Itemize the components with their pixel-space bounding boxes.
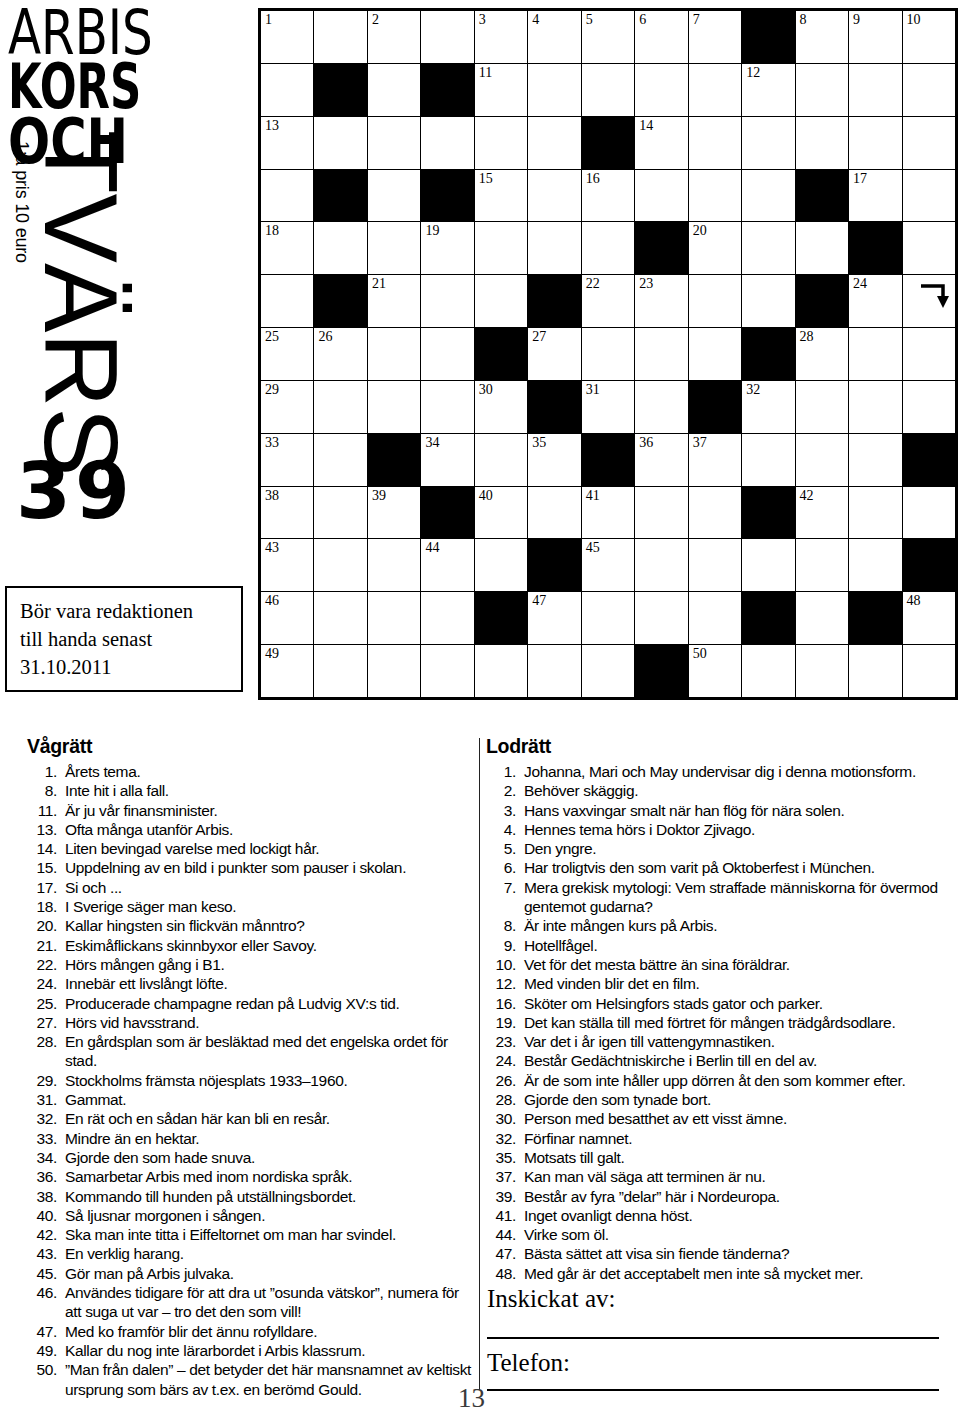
grid-cell[interactable] xyxy=(314,381,366,433)
clue-item: 40.Så ljusnar morgonen i sången. xyxy=(27,1206,474,1225)
grid-cell[interactable]: 8 xyxy=(796,11,848,63)
grid-cell[interactable]: 12 xyxy=(742,64,794,116)
grid-cell[interactable] xyxy=(314,117,366,169)
grid-cell[interactable] xyxy=(475,117,527,169)
grid-cell[interactable] xyxy=(689,275,741,327)
grid-cell[interactable] xyxy=(528,487,580,539)
grid-cell[interactable]: 25 xyxy=(261,328,313,380)
clue-text: Stockholms främsta nöjesplats 1933–1960. xyxy=(65,1071,474,1090)
cell-number: 30 xyxy=(479,382,493,398)
grid-cell[interactable] xyxy=(635,381,687,433)
grid-cell[interactable] xyxy=(849,434,901,486)
grid-cell[interactable] xyxy=(582,328,634,380)
grid-cell[interactable]: 22 xyxy=(582,275,634,327)
grid-cell[interactable] xyxy=(421,117,473,169)
clue-number: 43. xyxy=(27,1244,57,1263)
grid-cell[interactable] xyxy=(635,328,687,380)
cell-number: 13 xyxy=(265,118,279,134)
grid-cell[interactable] xyxy=(849,64,901,116)
grid-cell[interactable]: 35 xyxy=(528,434,580,486)
grid-cell[interactable]: 23 xyxy=(635,275,687,327)
clue-item: 49.Kallar du nog inte lärarbordet i Arbi… xyxy=(27,1341,474,1360)
black-cell xyxy=(742,11,794,63)
clue-item: 13.Ofta många utanför Arbis. xyxy=(27,820,474,839)
grid-cell[interactable]: 26 xyxy=(314,328,366,380)
cell-number: 17 xyxy=(853,171,867,187)
clue-number: 8. xyxy=(486,916,516,935)
crossword-grid: 1234567891011121314151617181920212223242… xyxy=(258,8,958,700)
black-cell xyxy=(528,381,580,433)
grid-cell[interactable]: 16 xyxy=(582,170,634,222)
clue-text: Hörs vid havsstrand. xyxy=(65,1013,474,1032)
grid-cell[interactable] xyxy=(475,645,527,697)
black-cell xyxy=(742,592,794,644)
grid-cell[interactable] xyxy=(475,275,527,327)
grid-cell[interactable] xyxy=(582,222,634,274)
grid-cell[interactable] xyxy=(689,592,741,644)
black-cell xyxy=(635,645,687,697)
clue-text: Ska man inte titta i Eiffeltornet om man… xyxy=(65,1225,474,1244)
clue-item: 45.Gör man på Arbis julvaka. xyxy=(27,1264,474,1283)
clue-text: Kallar hingsten sin flickvän månntro? xyxy=(65,916,474,935)
clue-text: En gårdsplan som är besläktad med det en… xyxy=(65,1032,474,1071)
grid-cell[interactable] xyxy=(689,170,741,222)
grid-cell[interactable] xyxy=(475,222,527,274)
cell-number: 26 xyxy=(318,329,332,345)
cell-number: 22 xyxy=(586,276,600,292)
clue-number: 47. xyxy=(486,1244,516,1263)
cell-number: 40 xyxy=(479,488,493,504)
clue-number: 28. xyxy=(486,1090,516,1109)
grid-cell[interactable]: 43 xyxy=(261,539,313,591)
clue-item: 38.Kommando till hunden på utställningsb… xyxy=(27,1187,474,1206)
grid-cell[interactable] xyxy=(421,11,473,63)
clue-text: Årets tema. xyxy=(65,762,474,781)
clue-item: 21.Eskimåflickans skinnbyxor eller Savoy… xyxy=(27,936,474,955)
grid-cell[interactable]: 28 xyxy=(796,328,848,380)
cell-number: 42 xyxy=(800,488,814,504)
continuation-arrow-cell[interactable] xyxy=(903,275,955,327)
clue-number: 14. xyxy=(27,839,57,858)
clue-item: 17.Si och ... xyxy=(27,878,474,897)
grid-cell[interactable] xyxy=(314,645,366,697)
grid-cell[interactable] xyxy=(421,275,473,327)
grid-cell[interactable] xyxy=(796,64,848,116)
clue-item: 39.Består av fyra ”delar” här i Nordeuro… xyxy=(486,1187,954,1206)
deadline-line-2: till handa senast xyxy=(20,625,241,653)
clue-item: 34.Gjorde den som hade snuva. xyxy=(27,1148,474,1167)
grid-cell[interactable] xyxy=(903,117,955,169)
cell-number: 33 xyxy=(265,435,279,451)
grid-cell[interactable] xyxy=(742,434,794,486)
grid-cell[interactable]: 33 xyxy=(261,434,313,486)
grid-cell[interactable]: 45 xyxy=(582,539,634,591)
grid-cell[interactable] xyxy=(903,487,955,539)
grid-cell[interactable] xyxy=(368,170,420,222)
clue-text: ”Man från dalen” – det betyder det här m… xyxy=(65,1360,474,1399)
grid-cell[interactable]: 48 xyxy=(903,592,955,644)
grid-cell[interactable] xyxy=(314,487,366,539)
cell-number: 5 xyxy=(586,12,593,28)
grid-cell[interactable] xyxy=(314,222,366,274)
grid-cell[interactable] xyxy=(421,645,473,697)
cell-number: 4 xyxy=(532,12,539,28)
cell-number: 8 xyxy=(800,12,807,28)
black-cell xyxy=(796,170,848,222)
clue-item: 43.En verklig harang. xyxy=(27,1244,474,1263)
clue-number: 22. xyxy=(27,955,57,974)
prize-note-vertical: 1:a pris 10 euro xyxy=(11,141,33,253)
clue-text: Har troligtvis den som varit på Oktoberf… xyxy=(524,858,954,877)
clue-item: 47.Bästa sättet att visa sin fiende tänd… xyxy=(486,1244,954,1263)
grid-cell[interactable] xyxy=(314,539,366,591)
grid-cell[interactable]: 11 xyxy=(475,64,527,116)
grid-cell[interactable] xyxy=(742,170,794,222)
clue-item: 2.Behöver skäggig. xyxy=(486,781,954,800)
grid-cell[interactable]: 44 xyxy=(421,539,473,591)
grid-cell[interactable] xyxy=(903,64,955,116)
cell-number: 44 xyxy=(425,540,439,556)
clue-item: 18.I Sverige säger man keso. xyxy=(27,897,474,916)
grid-cell[interactable] xyxy=(903,645,955,697)
clue-text: Vet för det mesta bättre än sina föräldr… xyxy=(524,955,954,974)
clue-item: 31.Gammat. xyxy=(27,1090,474,1109)
grid-cell[interactable] xyxy=(475,539,527,591)
clue-item: 26.Är de som inte håller upp dörren åt d… xyxy=(486,1071,954,1090)
clue-number: 50. xyxy=(27,1360,57,1399)
clue-text: Behöver skäggig. xyxy=(524,781,954,800)
grid-cell[interactable] xyxy=(314,434,366,486)
clue-number: 36. xyxy=(27,1167,57,1186)
clue-item: 32.Förfinar namnet. xyxy=(486,1129,954,1148)
grid-cell[interactable]: 36 xyxy=(635,434,687,486)
grid-cell[interactable] xyxy=(689,328,741,380)
grid-cell[interactable] xyxy=(849,645,901,697)
cell-number: 19 xyxy=(425,223,439,239)
clue-number: 25. xyxy=(27,994,57,1013)
grid-cell[interactable] xyxy=(903,222,955,274)
grid-cell[interactable]: 14 xyxy=(635,117,687,169)
clue-text: Gammat. xyxy=(65,1090,474,1109)
black-cell xyxy=(796,275,848,327)
clue-text: Kallar du nog inte lärarbordet i Arbis k… xyxy=(65,1341,474,1360)
clue-number: 40. xyxy=(27,1206,57,1225)
clue-text: Bästa sättet att visa sin fiende tändern… xyxy=(524,1244,954,1263)
grid-cell[interactable]: 19 xyxy=(421,222,473,274)
clue-number: 15. xyxy=(27,858,57,877)
clue-text: Med går är det acceptabelt men inte så m… xyxy=(524,1264,954,1283)
grid-cell[interactable] xyxy=(796,592,848,644)
grid-cell[interactable] xyxy=(368,381,420,433)
grid-cell[interactable] xyxy=(528,222,580,274)
clue-item: 16.Sköter om Helsingfors stads gator och… xyxy=(486,994,954,1013)
clue-text: Innebär ett livslångt löfte. xyxy=(65,974,474,993)
black-cell xyxy=(635,222,687,274)
clue-number: 2. xyxy=(486,781,516,800)
grid-cell[interactable]: 39 xyxy=(368,487,420,539)
clue-text: Med vinden blir det en film. xyxy=(524,974,954,993)
cell-number: 43 xyxy=(265,540,279,556)
submitted-by-label: Inskickat av: xyxy=(487,1285,615,1313)
clue-item: 14.Liten bevingad varelse med lockigt hå… xyxy=(27,839,474,858)
clue-text: Består Gedächtniskirche i Berlin till en… xyxy=(524,1051,954,1070)
cell-number: 35 xyxy=(532,435,546,451)
grid-cell[interactable] xyxy=(528,170,580,222)
cell-number: 27 xyxy=(532,329,546,345)
grid-cell[interactable] xyxy=(849,117,901,169)
clue-item: 25.Producerade champagne redan på Ludvig… xyxy=(27,994,474,1013)
clue-number: 30. xyxy=(486,1109,516,1128)
down-header: Lodrätt xyxy=(486,735,954,758)
cell-number: 46 xyxy=(265,593,279,609)
clue-number: 27. xyxy=(27,1013,57,1032)
grid-cell[interactable] xyxy=(849,487,901,539)
grid-cell[interactable]: 27 xyxy=(528,328,580,380)
clue-number: 33. xyxy=(27,1129,57,1148)
grid-cell[interactable] xyxy=(742,222,794,274)
clue-text: Motsats till galt. xyxy=(524,1148,954,1167)
grid-cell[interactable] xyxy=(314,592,366,644)
grid-cell[interactable] xyxy=(475,434,527,486)
across-clue-list: 1.Årets tema.8.Inte hit i alla fall.11.Ä… xyxy=(27,762,474,1399)
clue-text: Mera grekisk mytologi: Vem straffade män… xyxy=(524,878,954,917)
clue-item: 30.Person med besatthet av ett visst ämn… xyxy=(486,1109,954,1128)
grid-cell[interactable]: 20 xyxy=(689,222,741,274)
grid-cell[interactable] xyxy=(421,592,473,644)
grid-cell[interactable]: 21 xyxy=(368,275,420,327)
grid-cell[interactable]: 34 xyxy=(421,434,473,486)
grid-cell[interactable]: 9 xyxy=(849,11,901,63)
grid-cell[interactable]: 10 xyxy=(903,11,955,63)
clue-item: 37.Kan man väl säga att terminen är nu. xyxy=(486,1167,954,1186)
grid-cell[interactable]: 50 xyxy=(689,645,741,697)
deadline-line-1: Bör vara redaktionen xyxy=(20,597,241,625)
grid-cell[interactable] xyxy=(368,117,420,169)
grid-cell[interactable] xyxy=(635,170,687,222)
clue-text: Eskimåflickans skinnbyxor eller Savoy. xyxy=(65,936,474,955)
cell-number: 28 xyxy=(800,329,814,345)
grid-cell[interactable]: 32 xyxy=(742,381,794,433)
clue-number: 39. xyxy=(486,1187,516,1206)
grid-cell[interactable]: 2 xyxy=(368,11,420,63)
black-cell xyxy=(528,539,580,591)
grid-cell[interactable] xyxy=(849,539,901,591)
grid-cell[interactable]: 15 xyxy=(475,170,527,222)
grid-cell[interactable] xyxy=(368,645,420,697)
grid-cell[interactable] xyxy=(421,381,473,433)
black-cell xyxy=(903,434,955,486)
clue-number: 6. xyxy=(486,858,516,877)
down-clue-list: 1.Johanna, Mari och May undervisar dig i… xyxy=(486,762,954,1283)
grid-cell[interactable]: 31 xyxy=(582,381,634,433)
grid-cell[interactable] xyxy=(742,275,794,327)
submitted-by-line[interactable] xyxy=(487,1337,939,1339)
clue-number: 46. xyxy=(27,1283,57,1322)
cell-number: 50 xyxy=(693,646,707,662)
grid-cell[interactable] xyxy=(903,381,955,433)
grid-cell[interactable] xyxy=(368,592,420,644)
grid-cell[interactable]: 17 xyxy=(849,170,901,222)
clue-number: 16. xyxy=(486,994,516,1013)
grid-cell[interactable] xyxy=(689,117,741,169)
black-cell xyxy=(475,328,527,380)
grid-cell[interactable]: 1 xyxy=(261,11,313,63)
grid-cell[interactable] xyxy=(796,381,848,433)
clue-number: 32. xyxy=(27,1109,57,1128)
grid-cell[interactable] xyxy=(635,539,687,591)
grid-cell[interactable] xyxy=(742,539,794,591)
clue-item: 8.Är inte mången kurs på Arbis. xyxy=(486,916,954,935)
grid-cell[interactable]: 42 xyxy=(796,487,848,539)
grid-cell[interactable] xyxy=(635,592,687,644)
cell-number: 32 xyxy=(746,382,760,398)
grid-cell[interactable] xyxy=(796,434,848,486)
grid-cell[interactable] xyxy=(742,117,794,169)
clue-text: Kommando till hunden på utställningsbord… xyxy=(65,1187,474,1206)
grid-cell[interactable] xyxy=(903,170,955,222)
grid-cell[interactable]: 38 xyxy=(261,487,313,539)
grid-cell[interactable] xyxy=(742,645,794,697)
clue-number: 42. xyxy=(27,1225,57,1244)
clue-item: 46.Användes tidigare för att dra ut ”osu… xyxy=(27,1283,474,1322)
clue-item: 24.Består Gedächtniskirche i Berlin till… xyxy=(486,1051,954,1070)
clue-text: Den yngre. xyxy=(524,839,954,858)
black-cell xyxy=(368,434,420,486)
grid-cell[interactable]: 30 xyxy=(475,381,527,433)
black-cell xyxy=(421,64,473,116)
clue-number: 49. xyxy=(27,1341,57,1360)
clue-text: I Sverige säger man keso. xyxy=(65,897,474,916)
cell-number: 36 xyxy=(639,435,653,451)
grid-cell[interactable] xyxy=(368,539,420,591)
page-number: 13 xyxy=(458,1383,485,1414)
clue-text: Är de som inte håller upp dörren åt den … xyxy=(524,1071,954,1090)
grid-cell[interactable] xyxy=(689,539,741,591)
clue-item: 47.Med ko framför blir det ännu rofyllda… xyxy=(27,1322,474,1341)
clue-item: 28.En gårdsplan som är besläktad med det… xyxy=(27,1032,474,1071)
grid-cell[interactable]: 4 xyxy=(528,11,580,63)
clue-item: 1.Johanna, Mari och May undervisar dig i… xyxy=(486,762,954,781)
grid-cell[interactable] xyxy=(261,64,313,116)
clue-text: Person med besatthet av ett visst ämne. xyxy=(524,1109,954,1128)
clue-text: Virke som öl. xyxy=(524,1225,954,1244)
phone-label: Telefon: xyxy=(487,1349,570,1377)
clue-text: Så ljusnar morgonen i sången. xyxy=(65,1206,474,1225)
clue-item: 33.Mindre än en hektar. xyxy=(27,1129,474,1148)
grid-cell[interactable]: 5 xyxy=(582,11,634,63)
clue-number: 20. xyxy=(27,916,57,935)
clue-number: 18. xyxy=(27,897,57,916)
grid-cell[interactable] xyxy=(849,381,901,433)
grid-cell[interactable] xyxy=(849,328,901,380)
cell-number: 29 xyxy=(265,382,279,398)
clue-number: 26. xyxy=(486,1071,516,1090)
cell-number: 16 xyxy=(586,171,600,187)
clue-number: 5. xyxy=(486,839,516,858)
clue-item: 4.Hennes tema hörs i Doktor Zjivago. xyxy=(486,820,954,839)
clue-number: 10. xyxy=(486,955,516,974)
cell-number: 18 xyxy=(265,223,279,239)
grid-cell[interactable]: 40 xyxy=(475,487,527,539)
grid-cell[interactable]: 24 xyxy=(849,275,901,327)
grid-cell[interactable] xyxy=(368,328,420,380)
grid-cell[interactable]: 13 xyxy=(261,117,313,169)
clue-text: Förfinar namnet. xyxy=(524,1129,954,1148)
clue-item: 6.Har troligtvis den som varit på Oktobe… xyxy=(486,858,954,877)
cell-number: 1 xyxy=(265,12,272,28)
cell-number: 49 xyxy=(265,646,279,662)
grid-cell[interactable]: 29 xyxy=(261,381,313,433)
grid-cell[interactable] xyxy=(261,275,313,327)
black-cell xyxy=(582,434,634,486)
clue-text: Hans vaxvingar smalt när han flög för nä… xyxy=(524,801,954,820)
clue-number: 3. xyxy=(486,801,516,820)
grid-cell[interactable] xyxy=(368,64,420,116)
grid-cell[interactable]: 37 xyxy=(689,434,741,486)
grid-cell[interactable] xyxy=(582,592,634,644)
cell-number: 24 xyxy=(853,276,867,292)
clue-text: Producerade champagne redan på Ludvig XV… xyxy=(65,994,474,1013)
cell-number: 12 xyxy=(746,65,760,81)
clue-text: En verklig harang. xyxy=(65,1244,474,1263)
grid-cell[interactable] xyxy=(635,487,687,539)
grid-cell[interactable] xyxy=(796,539,848,591)
grid-cell[interactable] xyxy=(796,645,848,697)
grid-cell[interactable] xyxy=(528,117,580,169)
grid-cell[interactable] xyxy=(261,170,313,222)
clue-text: Gör man på Arbis julvaka. xyxy=(65,1264,474,1283)
clue-item: 1.Årets tema. xyxy=(27,762,474,781)
grid-cell[interactable] xyxy=(689,64,741,116)
clue-number: 24. xyxy=(486,1051,516,1070)
across-clues-column: Vågrätt 1.Årets tema.8.Inte hit i alla f… xyxy=(27,735,474,1399)
clue-number: 47. xyxy=(27,1322,57,1341)
phone-line[interactable] xyxy=(487,1389,939,1391)
grid-cell[interactable] xyxy=(635,64,687,116)
grid-cell[interactable] xyxy=(528,645,580,697)
clue-text: Ofta många utanför Arbis. xyxy=(65,820,474,839)
grid-cell[interactable]: 6 xyxy=(635,11,687,63)
grid-cell[interactable] xyxy=(528,64,580,116)
grid-cell[interactable]: 3 xyxy=(475,11,527,63)
cell-number: 39 xyxy=(372,488,386,504)
grid-cell[interactable] xyxy=(796,222,848,274)
grid-cell[interactable] xyxy=(314,11,366,63)
grid-cell[interactable] xyxy=(796,117,848,169)
clue-item: 10.Vet för det mesta bättre än sina förä… xyxy=(486,955,954,974)
grid-cell[interactable]: 46 xyxy=(261,592,313,644)
black-cell xyxy=(314,275,366,327)
grid-cell[interactable] xyxy=(368,222,420,274)
clue-text: Kan man väl säga att terminen är nu. xyxy=(524,1167,954,1186)
black-cell xyxy=(314,170,366,222)
clue-text: Hörs mången gång i B1. xyxy=(65,955,474,974)
grid-cell[interactable]: 41 xyxy=(582,487,634,539)
grid-cell[interactable]: 7 xyxy=(689,11,741,63)
cell-number: 3 xyxy=(479,12,486,28)
grid-cell[interactable]: 47 xyxy=(528,592,580,644)
clue-item: 28.Gjorde den som tynade bort. xyxy=(486,1090,954,1109)
grid-cell[interactable] xyxy=(689,487,741,539)
grid-cell[interactable] xyxy=(582,645,634,697)
clue-text: En rät och en sådan här kan bli en resår… xyxy=(65,1109,474,1128)
grid-cell[interactable] xyxy=(582,64,634,116)
grid-cell[interactable] xyxy=(903,328,955,380)
clue-text: Si och ... xyxy=(65,878,474,897)
grid-cell[interactable]: 18 xyxy=(261,222,313,274)
grid-cell[interactable] xyxy=(421,328,473,380)
grid-cell[interactable]: 49 xyxy=(261,645,313,697)
